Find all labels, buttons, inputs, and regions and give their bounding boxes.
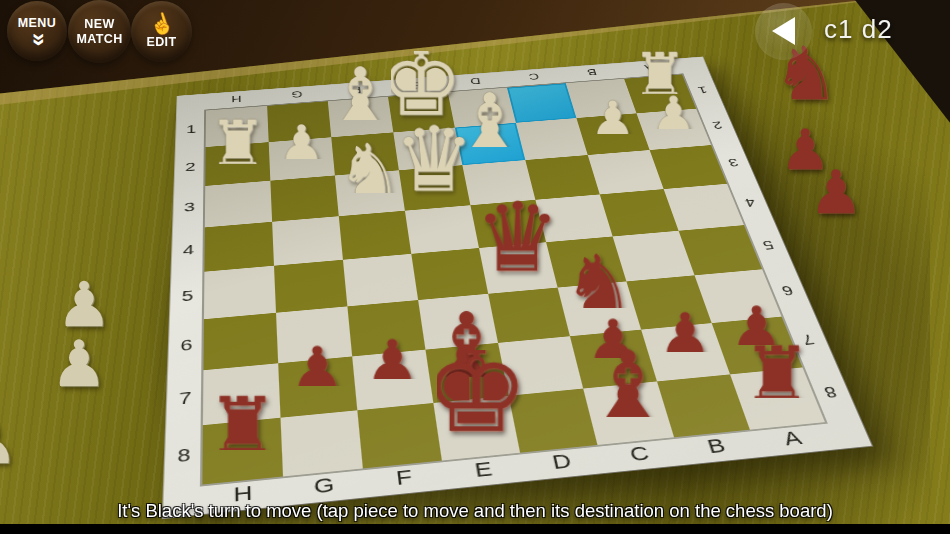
piece-black-bishop-c8[interactable]: ♝ (590, 336, 667, 413)
coordinate-label-bottom-B: B (675, 431, 759, 461)
captured-white-pawn: ♟ (56, 283, 112, 328)
square-c2[interactable] (516, 118, 588, 160)
square-e2[interactable] (393, 128, 462, 171)
square-f4[interactable] (339, 211, 411, 260)
square-d1[interactable] (448, 88, 516, 128)
double-chevron-down-icon: « (30, 33, 43, 46)
captured-white-pawn: ♟ (50, 341, 107, 387)
piece-black-queen-d5[interactable]: ♛ (483, 198, 552, 267)
coordinate-label-right-5: 5 (750, 236, 787, 252)
coordinate-label-left-8: 8 (165, 444, 203, 468)
black-queen-glyph: ♛ (475, 204, 561, 273)
coordinate-label-left-3: 3 (173, 199, 205, 216)
coordinate-label-left-5: 5 (170, 287, 204, 306)
square-f1[interactable] (328, 97, 393, 137)
coordinate-label-right-4: 4 (732, 194, 767, 209)
square-f2[interactable] (331, 132, 399, 175)
black-bishop-glyph: ♝ (586, 352, 669, 418)
captured-white-pawn: ♟ (0, 414, 19, 464)
piece-black-rook-a8[interactable]: ♜ (739, 322, 815, 398)
coordinate-label-right-8: 8 (810, 381, 852, 401)
square-a5[interactable] (679, 225, 763, 275)
coordinate-label-left-2: 2 (175, 159, 206, 175)
square-e3[interactable] (399, 165, 471, 211)
square-h6[interactable] (203, 313, 278, 370)
coordinate-label-bottom-E: E (442, 454, 525, 485)
new-match-label-line1: NEW (84, 17, 114, 31)
coordinate-label-left-4: 4 (172, 241, 205, 259)
piece-black-pawn-g7[interactable]: ♟ (279, 311, 354, 386)
coordinate-label-bottom-G: G (283, 470, 365, 502)
piece-black-rook-h8[interactable]: ♜ (203, 372, 282, 451)
coordinate-label-bottom-A: A (750, 424, 834, 454)
square-g5[interactable] (274, 260, 347, 313)
app-window: HHGGFFEEDDCCBBAA1122334455667788 ♜♟♟♝♚♛♝… (0, 0, 950, 534)
menu-button[interactable]: MENU « (7, 1, 67, 61)
coordinate-label-left-7: 7 (167, 388, 203, 410)
square-h3[interactable] (205, 181, 272, 228)
square-g3[interactable] (270, 175, 338, 221)
menu-button-label: MENU (18, 16, 56, 30)
coordinate-label-bottom-C: C (598, 439, 682, 469)
square-a3[interactable] (650, 145, 727, 189)
square-g2[interactable] (269, 137, 335, 180)
new-match-button[interactable]: NEW MATCH (68, 0, 131, 63)
square-d2[interactable] (455, 123, 525, 165)
coordinate-label-left-6: 6 (169, 335, 204, 355)
square-g1[interactable] (267, 101, 331, 142)
coordinate-label-right-2: 2 (701, 118, 734, 131)
square-b8[interactable] (657, 374, 750, 437)
captured-black-pawn: ♟ (809, 171, 863, 214)
black-pawn-glyph: ♟ (289, 347, 345, 392)
piece-black-pawn-f7[interactable]: ♟ (355, 304, 430, 379)
coordinate-label-bottom-F: F (363, 462, 446, 493)
black-pawn-glyph: ♟ (364, 340, 419, 384)
pointing-hand-icon: ☝ (147, 10, 177, 37)
coordinate-label-right-3: 3 (716, 155, 750, 169)
coordinate-label-bottom-D: D (520, 447, 603, 478)
square-e4[interactable] (405, 205, 479, 254)
edit-button[interactable]: ☝ EDIT (131, 1, 192, 62)
undo-back-button[interactable] (755, 3, 812, 60)
square-h1[interactable] (206, 106, 269, 147)
square-c1[interactable] (507, 83, 576, 123)
square-g8[interactable] (281, 410, 363, 476)
new-match-label-line2: MATCH (76, 32, 122, 46)
square-f5[interactable] (343, 254, 418, 307)
coordinate-label-left-1: 1 (176, 122, 206, 137)
square-g4[interactable] (272, 216, 343, 265)
square-f3[interactable] (335, 170, 405, 216)
turn-status-message: It's Black's turn to move (tap piece to … (0, 500, 950, 522)
square-h5[interactable] (204, 266, 276, 320)
last-move-display: c1 d2 (824, 14, 893, 45)
back-arrow-icon (772, 17, 795, 45)
black-rook-glyph: ♜ (742, 347, 812, 403)
square-a4[interactable] (664, 184, 744, 231)
black-rook-glyph: ♜ (206, 398, 279, 456)
square-h4[interactable] (204, 222, 274, 272)
square-h2[interactable] (205, 142, 270, 186)
piece-black-king-e8[interactable]: ♚ (437, 350, 514, 427)
bottom-black-bar (0, 524, 950, 534)
black-king-glyph: ♚ (423, 348, 529, 433)
square-e1[interactable] (388, 92, 455, 132)
edit-button-label: EDIT (146, 35, 176, 49)
